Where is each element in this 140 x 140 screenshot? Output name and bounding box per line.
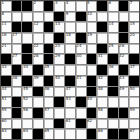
cell-r1c11[interactable]: 6 xyxy=(108,1,118,11)
cell-r10c10[interactable] xyxy=(97,97,107,107)
clue-number: 23 xyxy=(55,44,60,48)
clue-number: 48 xyxy=(98,87,103,91)
cell-r3c11[interactable]: 14 xyxy=(108,22,118,32)
cell-r11c3[interactable]: 56 xyxy=(22,108,32,118)
clue-number: 62 xyxy=(87,119,92,123)
cell-r1c8[interactable] xyxy=(76,1,86,11)
clue-number: 12 xyxy=(34,22,39,26)
block-r4c12 xyxy=(119,33,129,43)
clue-number: 51 xyxy=(2,97,7,101)
block-r11c4 xyxy=(33,108,43,118)
clue-number: 41 xyxy=(76,76,81,80)
cell-r8c4[interactable]: 39 xyxy=(33,76,43,86)
clue-number: 43 xyxy=(119,76,124,80)
block-r8c1 xyxy=(1,76,11,86)
block-r6c1 xyxy=(1,54,11,64)
block-r5c5 xyxy=(44,44,54,54)
cell-r5c1[interactable]: 21 xyxy=(1,44,11,54)
block-r8c7 xyxy=(65,76,75,86)
clue-number: 3 xyxy=(55,1,58,5)
cell-r6c12[interactable]: 32 xyxy=(119,54,129,64)
cell-r5c9[interactable] xyxy=(87,44,97,54)
clue-number: 14 xyxy=(108,22,113,26)
clue-number: 30 xyxy=(76,54,81,58)
clue-number: 4 xyxy=(66,1,69,5)
clue-number: 25 xyxy=(108,44,113,48)
cell-r5c7[interactable] xyxy=(65,44,75,54)
cell-r3c9[interactable] xyxy=(87,22,97,32)
cell-r12c7[interactable]: 61 xyxy=(65,119,75,129)
cell-r9c12[interactable]: 49 xyxy=(119,87,129,97)
cell-r4c5[interactable] xyxy=(44,33,54,43)
cell-r6c2[interactable]: 27 xyxy=(12,54,22,64)
cell-r2c1[interactable]: 8 xyxy=(1,12,11,22)
block-r9c11 xyxy=(108,87,118,97)
cell-r6c8[interactable]: 30 xyxy=(76,54,86,64)
block-r13c11 xyxy=(108,129,118,139)
cell-r9c2[interactable] xyxy=(12,87,22,97)
block-r1c10 xyxy=(97,1,107,11)
block-r6c3 xyxy=(22,54,32,64)
cell-r1c6[interactable]: 3 xyxy=(54,1,64,11)
cell-r1c7[interactable]: 4 xyxy=(65,1,75,11)
clue-number: 60 xyxy=(2,119,7,123)
block-r6c13 xyxy=(129,54,139,64)
block-r9c9 xyxy=(87,87,97,97)
clue-number: 47 xyxy=(66,87,71,91)
clue-number: 63 xyxy=(2,129,7,133)
block-r8c5 xyxy=(44,76,54,86)
clue-number: 65 xyxy=(44,129,49,133)
block-r4c6 xyxy=(54,33,64,43)
block-r12c8 xyxy=(76,119,86,129)
cell-r9c3[interactable]: 45 xyxy=(22,87,32,97)
clue-number: 55 xyxy=(2,108,7,112)
cell-r13c13[interactable]: 67 xyxy=(129,129,139,139)
cell-r3c4[interactable]: 12 xyxy=(33,22,43,32)
block-r11c12 xyxy=(119,108,129,118)
clue-number: 7 xyxy=(130,1,133,5)
block-r2c8 xyxy=(76,12,86,22)
cell-r9c10[interactable]: 48 xyxy=(97,87,107,97)
cell-r13c10[interactable]: 66 xyxy=(97,129,107,139)
cell-r5c2[interactable] xyxy=(12,44,22,54)
cell-r4c10[interactable] xyxy=(97,33,107,43)
cell-r5c12[interactable]: 26 xyxy=(119,44,129,54)
block-r10c2 xyxy=(12,97,22,107)
clue-number: 18 xyxy=(66,33,71,37)
cell-r2c11[interactable] xyxy=(108,12,118,22)
cell-r10c4[interactable] xyxy=(33,97,43,107)
clue-number: 16 xyxy=(2,33,7,37)
clue-number: 66 xyxy=(98,129,103,133)
clue-number: 64 xyxy=(23,129,28,133)
clue-number: 2 xyxy=(34,1,37,5)
clue-number: 59 xyxy=(130,108,135,112)
block-r3c12 xyxy=(119,22,129,32)
clue-number: 32 xyxy=(119,54,124,58)
cell-r10c5[interactable] xyxy=(44,97,54,107)
cell-r13c1[interactable]: 63 xyxy=(1,129,11,139)
clue-number: 9 xyxy=(66,12,69,16)
cell-r2c4[interactable] xyxy=(33,12,43,22)
cell-r12c2[interactable] xyxy=(12,119,22,129)
block-r3c3 xyxy=(22,22,32,32)
block-r5c3 xyxy=(22,44,32,54)
cell-r5c8[interactable]: 24 xyxy=(76,44,86,54)
cell-r11c1[interactable]: 55 xyxy=(1,108,11,118)
cell-r5c4[interactable]: 22 xyxy=(33,44,43,54)
block-r2c6 xyxy=(54,12,64,22)
block-r3c10 xyxy=(97,22,107,32)
crossword-grid: 1234567891011121314151617181920212223242… xyxy=(0,0,140,140)
clue-number: 39 xyxy=(34,76,39,80)
block-r9c4 xyxy=(33,87,43,97)
cell-r9c6[interactable] xyxy=(54,87,64,97)
cell-r5c13[interactable] xyxy=(129,44,139,54)
block-r3c2 xyxy=(12,22,22,32)
cell-r4c2[interactable]: 17 xyxy=(12,33,22,43)
clue-number: 42 xyxy=(98,76,103,80)
cell-r12c10[interactable] xyxy=(97,119,107,129)
cell-r8c12[interactable]: 43 xyxy=(119,76,129,86)
cell-r3c1[interactable]: 11 xyxy=(1,22,11,32)
cell-r2c13[interactable] xyxy=(129,12,139,22)
block-r8c3 xyxy=(22,76,32,86)
clue-number: 61 xyxy=(66,119,71,123)
block-r12c6 xyxy=(54,119,64,129)
cell-r2c9[interactable]: 10 xyxy=(87,12,97,22)
clue-number: 53 xyxy=(66,97,71,101)
cell-r13c7[interactable] xyxy=(65,129,75,139)
cell-r12c13[interactable] xyxy=(129,119,139,129)
cell-r13c6[interactable] xyxy=(54,129,64,139)
clue-number: 19 xyxy=(87,33,92,37)
cell-r6c6[interactable]: 29 xyxy=(54,54,64,64)
cell-r9c13[interactable]: 50 xyxy=(129,87,139,97)
clue-number: 44 xyxy=(2,87,7,91)
cell-r7c11[interactable]: 36 xyxy=(108,65,118,75)
clue-number: 52 xyxy=(23,97,28,101)
clue-number: 38 xyxy=(12,76,17,80)
clue-number: 8 xyxy=(2,12,5,16)
clue-number: 49 xyxy=(119,87,124,91)
block-r6c11 xyxy=(108,54,118,64)
block-r7c12 xyxy=(119,65,129,75)
cell-r10c13[interactable] xyxy=(129,97,139,107)
block-r1c2 xyxy=(12,1,22,11)
cell-r10c3[interactable]: 52 xyxy=(22,97,32,107)
cell-r11c5[interactable]: 57 xyxy=(44,108,54,118)
cell-r7c6[interactable] xyxy=(54,65,64,75)
cell-r2c12[interactable] xyxy=(119,12,129,22)
cell-r12c9[interactable]: 62 xyxy=(87,119,97,129)
block-r11c9 xyxy=(87,108,97,118)
cell-r10c12[interactable] xyxy=(119,97,129,107)
cell-r1c13[interactable]: 7 xyxy=(129,1,139,11)
cell-r13c3[interactable]: 64 xyxy=(22,129,32,139)
cell-r7c1[interactable]: 33 xyxy=(1,65,11,75)
cell-r2c2[interactable] xyxy=(12,12,22,22)
cell-r12c12[interactable] xyxy=(119,119,129,129)
block-r10c8 xyxy=(76,97,86,107)
cell-r9c5[interactable]: 46 xyxy=(44,87,54,97)
block-r10c6 xyxy=(54,97,64,107)
cell-r7c3[interactable]: 34 xyxy=(22,65,32,75)
cell-r3c6[interactable]: 13 xyxy=(54,22,64,32)
block-r5c10 xyxy=(97,44,107,54)
cell-r2c10[interactable] xyxy=(97,12,107,22)
clue-number: 20 xyxy=(130,33,135,37)
cell-r13c8[interactable] xyxy=(76,129,86,139)
cell-r10c7[interactable]: 53 xyxy=(65,97,75,107)
clue-number: 31 xyxy=(98,54,103,58)
block-r1c12 xyxy=(119,1,129,11)
cell-r11c10[interactable]: 58 xyxy=(97,108,107,118)
block-r7c2 xyxy=(12,65,22,75)
block-r6c7 xyxy=(65,54,75,64)
cell-r9c7[interactable]: 47 xyxy=(65,87,75,97)
cell-r3c7[interactable] xyxy=(65,22,75,32)
clue-number: 50 xyxy=(130,87,135,91)
cell-r10c9[interactable]: 54 xyxy=(87,97,97,107)
cell-r8c8[interactable]: 41 xyxy=(76,76,86,86)
cell-r7c7[interactable] xyxy=(65,65,75,75)
block-r7c4 xyxy=(33,65,43,75)
clue-number: 54 xyxy=(87,97,92,101)
cell-r1c1[interactable]: 1 xyxy=(1,1,11,11)
cell-r13c5[interactable]: 65 xyxy=(44,129,54,139)
block-r13c4 xyxy=(33,129,43,139)
block-r11c2 xyxy=(12,108,22,118)
clue-number: 26 xyxy=(119,44,124,48)
cell-r6c10[interactable]: 31 xyxy=(97,54,107,64)
block-r8c11 xyxy=(108,76,118,86)
cell-r5c11[interactable]: 25 xyxy=(108,44,118,54)
clue-number: 1 xyxy=(2,1,5,5)
block-r13c9 xyxy=(87,129,97,139)
cell-r3c8[interactable] xyxy=(76,22,86,32)
cell-r2c7[interactable]: 9 xyxy=(65,12,75,22)
clue-number: 29 xyxy=(55,54,60,58)
clue-number: 36 xyxy=(108,65,113,69)
cell-r3c13[interactable]: 15 xyxy=(129,22,139,32)
cell-r10c11[interactable] xyxy=(108,97,118,107)
clue-number: 35 xyxy=(44,65,49,69)
cell-r4c13[interactable]: 20 xyxy=(129,33,139,43)
clue-number: 34 xyxy=(23,65,28,69)
cell-r8c2[interactable]: 38 xyxy=(12,76,22,86)
cell-r8c6[interactable]: 40 xyxy=(54,76,64,86)
cell-r7c9[interactable] xyxy=(87,65,97,75)
clue-number: 6 xyxy=(108,1,111,5)
clue-number: 15 xyxy=(130,22,135,26)
clue-number: 10 xyxy=(87,12,92,16)
cell-r11c6[interactable] xyxy=(54,108,64,118)
clue-number: 5 xyxy=(87,1,90,5)
block-r13c12 xyxy=(119,129,129,139)
cell-r4c7[interactable]: 18 xyxy=(65,33,75,43)
cell-r12c5[interactable] xyxy=(44,119,54,129)
clue-number: 21 xyxy=(2,44,7,48)
block-r3c5 xyxy=(44,22,54,32)
clue-number: 22 xyxy=(34,44,39,48)
block-r11c11 xyxy=(108,108,118,118)
block-r6c9 xyxy=(87,54,97,64)
clue-number: 46 xyxy=(44,87,49,91)
clue-number: 28 xyxy=(34,54,39,58)
clue-number: 67 xyxy=(130,129,135,133)
block-r1c3 xyxy=(22,1,32,11)
cell-r6c4[interactable]: 28 xyxy=(33,54,43,64)
cell-r7c8[interactable] xyxy=(76,65,86,75)
clue-number: 57 xyxy=(44,108,49,112)
block-r13c2 xyxy=(12,129,22,139)
clue-number: 58 xyxy=(98,108,103,112)
block-r8c9 xyxy=(87,76,97,86)
cell-r1c9[interactable]: 5 xyxy=(87,1,97,11)
cell-r1c4[interactable]: 2 xyxy=(33,1,43,11)
cell-r2c5[interactable] xyxy=(44,12,54,22)
clue-number: 37 xyxy=(130,65,135,69)
cell-r4c3[interactable] xyxy=(22,33,32,43)
clue-number: 17 xyxy=(12,33,17,37)
clue-number: 13 xyxy=(55,22,60,26)
cell-r4c11[interactable] xyxy=(108,33,118,43)
block-r4c8 xyxy=(76,33,86,43)
clue-number: 45 xyxy=(23,87,28,91)
cell-r12c4[interactable] xyxy=(33,119,43,129)
cell-r4c4[interactable] xyxy=(33,33,43,43)
cell-r11c7[interactable] xyxy=(65,108,75,118)
cell-r12c1[interactable]: 60 xyxy=(1,119,11,129)
clue-number: 27 xyxy=(12,54,17,58)
cell-r9c8[interactable] xyxy=(76,87,86,97)
cell-r4c9[interactable]: 19 xyxy=(87,33,97,43)
cell-r5c6[interactable]: 23 xyxy=(54,44,64,54)
clue-number: 11 xyxy=(2,22,7,26)
cell-r12c3[interactable] xyxy=(22,119,32,129)
cell-r9c1[interactable]: 44 xyxy=(1,87,11,97)
cell-r7c5[interactable]: 35 xyxy=(44,65,54,75)
cell-r11c13[interactable]: 59 xyxy=(129,108,139,118)
cell-r2c3[interactable] xyxy=(22,12,32,22)
clue-number: 40 xyxy=(55,76,60,80)
cell-r11c8[interactable] xyxy=(76,108,86,118)
cell-r10c1[interactable]: 51 xyxy=(1,97,11,107)
clue-number: 33 xyxy=(2,65,7,69)
clue-number: 56 xyxy=(23,108,28,112)
block-r6c5 xyxy=(44,54,54,64)
block-r7c10 xyxy=(97,65,107,75)
cell-r7c13[interactable]: 37 xyxy=(129,65,139,75)
cell-r4c1[interactable]: 16 xyxy=(1,33,11,43)
block-r8c13 xyxy=(129,76,139,86)
cell-r8c10[interactable]: 42 xyxy=(97,76,107,86)
block-r1c5 xyxy=(44,1,54,11)
clue-number: 24 xyxy=(76,44,81,48)
cell-r12c11[interactable] xyxy=(108,119,118,129)
